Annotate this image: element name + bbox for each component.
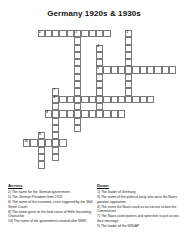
down-clue: 9) The leader of the NSDAP xyxy=(97,224,186,228)
crossword-cell[interactable] xyxy=(74,96,81,103)
crossword-cell[interactable] xyxy=(96,96,103,103)
crossword-cell[interactable] xyxy=(74,103,81,110)
crossword-cell[interactable] xyxy=(52,30,59,37)
crossword-cell[interactable] xyxy=(38,139,45,146)
crossword-cell[interactable] xyxy=(45,139,52,146)
crossword-cell[interactable] xyxy=(67,30,74,37)
crossword-cell[interactable] xyxy=(125,52,132,59)
crossword-cell[interactable]: 5 xyxy=(96,66,103,73)
across-header: Across xyxy=(8,183,93,189)
crossword-cell[interactable]: 6 xyxy=(52,96,59,103)
clue-number: 10 xyxy=(24,140,27,143)
crossword-cell[interactable]: 9 xyxy=(38,132,45,139)
crossword-cell[interactable] xyxy=(118,66,125,73)
crossword-cell[interactable] xyxy=(52,154,59,161)
across-clues-section: Across 2) The name for the German govern… xyxy=(8,183,93,225)
crossword-cell[interactable] xyxy=(140,96,147,103)
crossword-cell[interactable] xyxy=(74,37,81,44)
crossword-cell[interactable] xyxy=(147,96,154,103)
crossword-cell[interactable] xyxy=(103,30,110,37)
clue-number: 6 xyxy=(54,96,56,99)
crossword-cell[interactable] xyxy=(52,132,59,139)
crossword-cell[interactable]: 10 xyxy=(23,139,30,146)
down-clue: 7) The Nazis used posters and speeches t… xyxy=(97,214,186,223)
crossword-cell[interactable] xyxy=(38,147,45,154)
puzzle-title: Germany 1920s & 1930s xyxy=(0,9,188,18)
crossword-cell[interactable] xyxy=(67,110,74,117)
crossword-cell[interactable] xyxy=(52,125,59,132)
down-header: Down xyxy=(97,183,186,189)
crossword-cell[interactable] xyxy=(52,103,59,110)
across-clue: 2) The name for the German government xyxy=(8,190,93,194)
clue-number: 7 xyxy=(54,89,56,92)
crossword-cell[interactable] xyxy=(103,110,110,117)
crossword-cell[interactable] xyxy=(74,52,81,59)
crossword-cell[interactable] xyxy=(140,66,147,73)
crossword-cell[interactable] xyxy=(74,118,81,125)
clue-number: 8 xyxy=(46,111,48,114)
crossword-cell[interactable] xyxy=(132,96,139,103)
down-clue: 1) The leader of Germany xyxy=(97,190,186,194)
crossword-cell[interactable] xyxy=(45,30,52,37)
crossword-cell[interactable] xyxy=(89,96,96,103)
crossword-cell[interactable] xyxy=(111,110,118,117)
crossword-cell[interactable] xyxy=(74,59,81,66)
crossword-cell[interactable] xyxy=(125,37,132,44)
crossword-cell[interactable] xyxy=(89,30,96,37)
crossword-cell[interactable] xyxy=(125,59,132,66)
crossword-cell[interactable] xyxy=(74,110,81,117)
crossword-cell[interactable] xyxy=(59,96,66,103)
crossword-grid: 21345768910 xyxy=(23,30,176,169)
crossword-cell[interactable] xyxy=(118,110,125,117)
crossword-cell[interactable] xyxy=(74,125,81,132)
crossword-cell[interactable] xyxy=(89,110,96,117)
crossword-cell[interactable] xyxy=(125,66,132,73)
crossword-cell[interactable] xyxy=(74,66,81,73)
crossword-cell[interactable]: 1 xyxy=(74,30,81,37)
crossword-cell[interactable] xyxy=(74,45,81,52)
crossword-cell[interactable] xyxy=(125,74,132,81)
crossword-cell[interactable]: 2 xyxy=(38,30,45,37)
crossword-cell[interactable] xyxy=(96,81,103,88)
across-clue: 8) The name given to the final cause of … xyxy=(8,210,93,219)
crossword-cell[interactable] xyxy=(96,30,103,37)
crossword-cell[interactable] xyxy=(103,96,110,103)
down-clues-section: Down 1) The leader of Germany 3) The nam… xyxy=(97,183,186,229)
crossword-cell[interactable] xyxy=(52,118,59,125)
clue-number: 2 xyxy=(39,31,41,34)
down-clue: 3) The name of the political party who w… xyxy=(97,195,186,204)
crossword-cell[interactable] xyxy=(38,161,45,168)
crossword-cell[interactable] xyxy=(125,81,132,88)
crossword-cell[interactable] xyxy=(81,110,88,117)
crossword-cell[interactable] xyxy=(81,30,88,37)
crossword-cell[interactable] xyxy=(111,96,118,103)
crossword-cell[interactable] xyxy=(132,66,139,73)
crossword-cell[interactable] xyxy=(96,52,103,59)
across-clue: 10) The name of the government created a… xyxy=(8,219,93,223)
crossword-cell[interactable] xyxy=(96,110,103,117)
crossword-cell[interactable]: 8 xyxy=(45,110,52,117)
across-clue: 6) The name of the economic crisis trigg… xyxy=(8,200,93,209)
crossword-cell[interactable] xyxy=(38,154,45,161)
crossword-cell[interactable] xyxy=(59,110,66,117)
crossword-cell[interactable] xyxy=(118,96,125,103)
crossword-cell[interactable] xyxy=(59,30,66,37)
crossword-cell[interactable] xyxy=(96,103,103,110)
clue-number: 3 xyxy=(127,31,129,34)
crossword-cell[interactable] xyxy=(125,96,132,103)
crossword-cell[interactable]: 3 xyxy=(125,30,132,37)
crossword-cell[interactable] xyxy=(147,66,154,73)
crossword-cell[interactable] xyxy=(52,139,59,146)
clue-number: 1 xyxy=(75,31,77,34)
crossword-cell[interactable] xyxy=(74,81,81,88)
clue-number: 9 xyxy=(39,133,41,136)
crossword-cell[interactable] xyxy=(154,66,161,73)
crossword-cell[interactable] xyxy=(67,96,74,103)
crossword-cell[interactable] xyxy=(81,96,88,103)
crossword-cell[interactable] xyxy=(125,88,132,95)
crossword-cell[interactable] xyxy=(96,74,103,81)
crossword-cell[interactable] xyxy=(103,66,110,73)
crossword-cell[interactable] xyxy=(111,66,118,73)
crossword-cell[interactable] xyxy=(162,66,169,73)
crossword-cell[interactable] xyxy=(52,110,59,117)
crossword-cell[interactable] xyxy=(52,147,59,154)
crossword-cell[interactable] xyxy=(59,139,66,146)
clue-number: 5 xyxy=(97,67,99,70)
crossword-cell[interactable] xyxy=(125,45,132,52)
crossword-cell[interactable]: 4 xyxy=(96,45,103,52)
crossword-cell[interactable] xyxy=(96,88,103,95)
clue-number: 4 xyxy=(97,45,99,48)
crossword-cell[interactable] xyxy=(74,88,81,95)
across-clue: 5) The German President from 1925 xyxy=(8,195,93,199)
crossword-cell[interactable] xyxy=(74,74,81,81)
crossword-cell[interactable] xyxy=(30,139,37,146)
down-clue: 4) The event the Nazis used as an excuse… xyxy=(97,205,186,214)
crossword-cell[interactable] xyxy=(169,66,176,73)
